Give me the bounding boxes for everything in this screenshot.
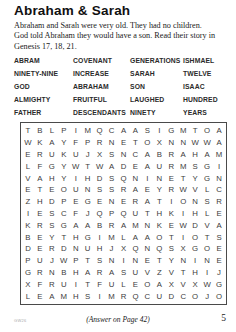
answer-note: (Answer on Page 42) [86, 315, 150, 324]
grid-cell[interactable]: R [129, 196, 141, 208]
grid-cell[interactable]: I [165, 196, 177, 208]
grid-cell[interactable]: N [165, 137, 177, 149]
grid-cell[interactable]: O [189, 231, 201, 243]
grid-cell[interactable]: R [34, 219, 46, 231]
grid-cell[interactable]: Y [58, 137, 70, 149]
page-number: 5 [221, 313, 226, 323]
grid-cell[interactable]: R [118, 290, 130, 302]
word-list-item: INCREASE [73, 67, 130, 80]
grid-cell[interactable]: P [106, 208, 118, 220]
grid-cell[interactable]: D [189, 219, 201, 231]
grid-cell[interactable]: E [22, 184, 34, 196]
grid-cell[interactable]: D [22, 243, 34, 255]
grid-cell[interactable]: E [34, 208, 46, 220]
grid-cell[interactable]: I [141, 172, 153, 184]
grid-cell[interactable]: C [213, 184, 225, 196]
grid-cell[interactable]: W [177, 184, 189, 196]
grid-cell[interactable]: A [201, 149, 213, 161]
grid-cell[interactable]: A [106, 267, 118, 279]
grid-cell[interactable]: P [58, 125, 70, 137]
grid-cell[interactable]: A [118, 219, 130, 231]
grid-cell[interactable]: L [22, 290, 34, 302]
grid-cell[interactable]: U [153, 290, 165, 302]
grid-cell[interactable]: T [34, 184, 46, 196]
grid-cell[interactable]: E [141, 184, 153, 196]
grid-cell[interactable]: R [213, 196, 225, 208]
grid-cell[interactable]: F [34, 278, 46, 290]
grid-cell[interactable]: A [106, 160, 118, 172]
word-list: ABRAMNINETY-NINEGODALMIGHTYFATHERCOVENAN… [14, 54, 228, 119]
grid-cell[interactable]: A [141, 149, 153, 161]
grid-cell[interactable]: A [141, 196, 153, 208]
grid-cell[interactable]: E [165, 219, 177, 231]
grid-cell[interactable]: R [94, 137, 106, 149]
grid-cell[interactable]: K [153, 219, 165, 231]
word-list-item: ISAAC [183, 80, 228, 93]
grid-cell[interactable]: T [177, 267, 189, 279]
grid-cell[interactable]: A [34, 172, 46, 184]
grid-cell[interactable]: A [70, 219, 82, 231]
grid-cell[interactable]: W [70, 160, 82, 172]
grid-cell[interactable]: Z [153, 267, 165, 279]
grid-cell[interactable]: E [34, 290, 46, 302]
grid-cell[interactable]: E [129, 278, 141, 290]
word-list-item: FRUITFUL [73, 93, 130, 106]
grid-cell[interactable]: N [106, 255, 118, 267]
grid-cell[interactable]: J [213, 267, 225, 279]
grid-cell[interactable]: A [213, 137, 225, 149]
grid-cell[interactable]: E [94, 196, 106, 208]
grid-cell[interactable]: L [118, 278, 130, 290]
word-list-column: ABRAMNINETY-NINEGODALMIGHTYFATHER [14, 54, 73, 119]
word-list-item: GOD [14, 80, 73, 93]
grid-cell[interactable]: E [46, 184, 58, 196]
grid-cell[interactable]: P [82, 137, 94, 149]
grid-cell[interactable]: T [177, 172, 189, 184]
grid-cell[interactable]: I [70, 125, 82, 137]
grid-cell[interactable]: S [201, 196, 213, 208]
grid-cell[interactable]: O [58, 184, 70, 196]
grid-cell[interactable]: I [177, 231, 189, 243]
grid-cell[interactable]: K [22, 219, 34, 231]
grid-cell[interactable]: W [94, 160, 106, 172]
grid-cell[interactable]: S [165, 243, 177, 255]
grid-cell[interactable]: Y [189, 172, 201, 184]
grid-cell[interactable]: J [201, 290, 213, 302]
grid-cell[interactable]: U [70, 149, 82, 161]
grid-cell[interactable]: O [213, 290, 225, 302]
intro-text: Abraham and Sarah were very old. They ha… [14, 21, 226, 52]
grid-cell[interactable]: E [118, 196, 130, 208]
grid-cell[interactable]: T [22, 125, 34, 137]
grid-cell[interactable]: Y [46, 231, 58, 243]
grid-cell[interactable]: Y [58, 172, 70, 184]
grid-cell[interactable]: R [34, 149, 46, 161]
page-title: Abraham & Sarah [14, 3, 130, 18]
grid-cell[interactable]: X [165, 278, 177, 290]
grid-cell[interactable]: P [22, 255, 34, 267]
grid-cell[interactable]: F [94, 278, 106, 290]
grid-cell[interactable]: B [58, 267, 70, 279]
grid-cell[interactable]: B [94, 219, 106, 231]
word-list-item: ABRAHAM [73, 80, 130, 93]
grid-cell[interactable]: E [141, 255, 153, 267]
grid-cell[interactable]: H [94, 243, 106, 255]
word-list-item: FATHER [14, 106, 73, 119]
grid-cell[interactable]: T [82, 160, 94, 172]
grid-cell[interactable]: H [70, 267, 82, 279]
grid-cell[interactable]: U [70, 184, 82, 196]
grid-cell[interactable]: H [70, 290, 82, 302]
grid-cell[interactable]: V [165, 267, 177, 279]
grid-cell[interactable]: L [46, 125, 58, 137]
grid-cell[interactable]: N [106, 137, 118, 149]
grid-cell[interactable]: G [213, 278, 225, 290]
word-list-column: COVENANTINCREASEABRAHAMFRUITFULDESCENDAN… [73, 54, 130, 119]
grid-cell[interactable]: A [213, 125, 225, 137]
grid-cell[interactable]: R [165, 184, 177, 196]
word-list-item: ISHMAEL [183, 54, 228, 67]
grid-cell[interactable]: I [22, 208, 34, 220]
grid-cell[interactable]: V [189, 184, 201, 196]
intro-line: Genesis 17, 18, 21. [14, 42, 226, 52]
word-list-item: SON [130, 80, 183, 93]
grid-cell[interactable]: S [94, 184, 106, 196]
grid-cell[interactable]: I [213, 160, 225, 172]
grid-cell[interactable]: G [201, 172, 213, 184]
grid-cell[interactable]: G [58, 219, 70, 231]
grid-cell[interactable]: E [129, 160, 141, 172]
grid-cell[interactable]: E [34, 243, 46, 255]
grid-cell[interactable]: A [141, 231, 153, 243]
grid-cell[interactable]: I [189, 255, 201, 267]
grid-cell[interactable]: R [46, 243, 58, 255]
grid-cell[interactable]: S [94, 255, 106, 267]
grid-cell[interactable]: E [213, 243, 225, 255]
grid-cell[interactable]: H [189, 149, 201, 161]
grid-cell[interactable]: D [165, 290, 177, 302]
grid-cell[interactable]: B [22, 231, 34, 243]
grid-cell[interactable]: G [165, 125, 177, 137]
grid-cell[interactable]: E [213, 208, 225, 220]
grid-cell[interactable]: E [22, 149, 34, 161]
grid-cell[interactable]: A [177, 149, 189, 161]
grid-cell[interactable]: B [153, 149, 165, 161]
grid-cell[interactable]: S [106, 184, 118, 196]
grid-cell[interactable]: J [46, 255, 58, 267]
grid-cell[interactable]: C [129, 149, 141, 161]
grid-cell[interactable]: R [94, 267, 106, 279]
word-list-item: COVENANT [73, 54, 130, 67]
grid-cell[interactable]: K [58, 149, 70, 161]
grid-cell[interactable]: U [106, 278, 118, 290]
grid-cell[interactable]: H [189, 267, 201, 279]
grid-cell[interactable]: N [70, 243, 82, 255]
grid-cell[interactable]: G [189, 243, 201, 255]
grid-cell[interactable]: J [106, 243, 118, 255]
grid-cell[interactable]: O [177, 196, 189, 208]
grid-cell[interactable]: N [106, 196, 118, 208]
grid-cell[interactable]: J [82, 149, 94, 161]
grid-cell[interactable]: Q [118, 172, 130, 184]
grid-cell[interactable]: A [82, 219, 94, 231]
grid-cell[interactable]: N [129, 255, 141, 267]
grid-cell[interactable]: C [177, 290, 189, 302]
grid-cell[interactable]: A [118, 125, 130, 137]
grid-cell[interactable]: T [153, 255, 165, 267]
intro-line: God told Abraham they would have a son. … [14, 31, 226, 41]
grid-cell[interactable]: G [46, 160, 58, 172]
word-list-item: YEARS [183, 106, 228, 119]
grid-cell[interactable]: N [177, 137, 189, 149]
grid-cell[interactable]: H [189, 208, 201, 220]
grid-cell[interactable]: I [153, 125, 165, 137]
grid-cell[interactable]: R [165, 149, 177, 161]
grid-cell[interactable]: T [141, 208, 153, 220]
grid-cell[interactable]: C [58, 208, 70, 220]
grid-cell[interactable]: B [34, 125, 46, 137]
grid-cell[interactable]: T [129, 137, 141, 149]
grid-cell[interactable]: N [177, 255, 189, 267]
grid-cell[interactable]: D [94, 172, 106, 184]
grid-cell[interactable]: F [34, 160, 46, 172]
grid-cell[interactable]: O [201, 125, 213, 137]
grid-cell[interactable]: U [58, 278, 70, 290]
grid-cell[interactable]: I [94, 290, 106, 302]
grid-cell[interactable]: S [82, 290, 94, 302]
grid-cell[interactable]: T [82, 278, 94, 290]
grid-cell[interactable]: M [106, 231, 118, 243]
grid-cell[interactable]: E [213, 255, 225, 267]
grid-cell[interactable]: A [46, 290, 58, 302]
grid-cell[interactable]: Y [58, 160, 70, 172]
grid-cell[interactable]: O [189, 290, 201, 302]
grid-cell[interactable]: X [118, 243, 130, 255]
grid-cell[interactable]: X [94, 149, 106, 161]
grid-cell[interactable]: H [82, 172, 94, 184]
grid-cell[interactable]: H [46, 172, 58, 184]
grid-cell[interactable]: S [46, 208, 58, 220]
grid-cell[interactable]: Y [165, 255, 177, 267]
grid-cell[interactable]: T [82, 255, 94, 267]
grid-cell[interactable]: E [165, 172, 177, 184]
grid-cell[interactable]: X [153, 137, 165, 149]
grid-cell[interactable]: U [129, 208, 141, 220]
grid-cell[interactable]: M [213, 149, 225, 161]
grid-cell[interactable]: S [189, 160, 201, 172]
grid-cell[interactable]: O [201, 243, 213, 255]
grid-cell[interactable]: W [201, 137, 213, 149]
grid-cell[interactable]: T [58, 231, 70, 243]
grid-cell[interactable]: M [177, 160, 189, 172]
grid-cell[interactable]: V [177, 278, 189, 290]
grid-cell[interactable]: V [22, 172, 34, 184]
grid-cell[interactable]: N [82, 184, 94, 196]
grid-cell[interactable]: D [46, 196, 58, 208]
grid-cell[interactable]: F [70, 208, 82, 220]
grid-cell[interactable]: G [201, 160, 213, 172]
grid-cell[interactable]: I [118, 255, 130, 267]
footer: GW26 (Answer on Page 42) 5 [0, 313, 236, 327]
grid-cell[interactable]: N [213, 172, 225, 184]
grid-cell[interactable]: E [70, 196, 82, 208]
word-search-grid: TBLPIMQCAASIGMTOAWKAYFPRNETOXNNWWAERUKUJ… [20, 122, 227, 305]
grid-cell[interactable]: D [58, 243, 70, 255]
word-list-column: GENERATIONSSARAHSONLAUGHEDNINETY [130, 54, 183, 119]
grid-cell[interactable]: X [22, 278, 34, 290]
word-list-item: ALMIGHTY [14, 93, 73, 106]
puzzle-page: Abraham & Sarah Abraham and Sarah were v… [0, 0, 236, 332]
grid-cell[interactable]: A [129, 125, 141, 137]
grid-cell[interactable]: S [213, 231, 225, 243]
grid-cell[interactable]: I [70, 278, 82, 290]
grid-cell[interactable]: K [165, 208, 177, 220]
grid-cell[interactable]: R [165, 160, 177, 172]
grid-cell[interactable]: I [177, 208, 189, 220]
grid-cell[interactable]: W [22, 137, 34, 149]
grid-cell[interactable]: G [82, 231, 94, 243]
grid-cell[interactable]: V [201, 219, 213, 231]
grid-cell[interactable]: P [58, 196, 70, 208]
grid-cell[interactable]: F [70, 137, 82, 149]
grid-cell[interactable]: C [141, 290, 153, 302]
grid-cell[interactable]: A [82, 267, 94, 279]
grid-cell[interactable]: M [129, 219, 141, 231]
grid-cell[interactable]: T [153, 196, 165, 208]
grid-cell[interactable]: W [58, 255, 70, 267]
grid-cell[interactable]: W [189, 137, 201, 149]
grid-cell[interactable]: Q [129, 290, 141, 302]
grid-cell[interactable]: T [201, 231, 213, 243]
word-list-item: NINETY [130, 106, 183, 119]
grid-cell[interactable]: K [34, 137, 46, 149]
word-list-item: HUNDRED [183, 93, 228, 106]
grid-cell[interactable]: O [153, 231, 165, 243]
grid-cell[interactable]: S [106, 149, 118, 161]
grid-cell[interactable]: N [153, 172, 165, 184]
grid-cell[interactable]: U [153, 160, 165, 172]
grid-cell[interactable]: W [201, 278, 213, 290]
grid-cell[interactable]: W [177, 219, 189, 231]
grid-cell[interactable]: L [201, 184, 213, 196]
grid-cell[interactable]: J [82, 208, 94, 220]
grid-cell[interactable]: X [189, 278, 201, 290]
word-list-item: NINETY-NINE [14, 67, 73, 80]
grid-cell[interactable]: I [70, 172, 82, 184]
grid-cell[interactable]: M [177, 125, 189, 137]
grid-cell[interactable]: I [201, 267, 213, 279]
word-list-item: LAUGHED [130, 93, 183, 106]
grid-cell[interactable]: A [129, 231, 141, 243]
grid-cell[interactable]: U [46, 149, 58, 161]
grid-cell[interactable]: D [118, 160, 130, 172]
grid-cell[interactable]: S [106, 172, 118, 184]
grid-cell[interactable]: A [213, 219, 225, 231]
grid-cell[interactable]: N [118, 149, 130, 161]
footer-code: GW26 [14, 318, 27, 323]
grid-cell[interactable]: O [141, 137, 153, 149]
grid-cell[interactable]: A [46, 137, 58, 149]
grid-cell[interactable]: U [129, 267, 141, 279]
grid-cell[interactable]: H [34, 196, 46, 208]
grid-cell[interactable]: S [46, 219, 58, 231]
word-list-item: SARAH [130, 67, 183, 80]
word-list-item: GENERATIONS [130, 54, 183, 67]
grid-cell[interactable]: Z [22, 196, 34, 208]
grid-cell[interactable]: T [189, 125, 201, 137]
grid-cell[interactable]: A [153, 278, 165, 290]
grid-cell[interactable]: I [94, 231, 106, 243]
grid-cell[interactable]: E [34, 231, 46, 243]
grid-cell[interactable]: G [22, 267, 34, 279]
grid-cell[interactable]: Q [94, 208, 106, 220]
grid-cell[interactable]: Q [118, 208, 130, 220]
grid-cell[interactable]: R [34, 267, 46, 279]
intro-line: Abraham and Sarah were very old. They ha… [14, 21, 226, 31]
word-list-item: ABRAM [14, 54, 73, 67]
grid-cell[interactable]: H [153, 208, 165, 220]
grid-cell[interactable]: L [201, 208, 213, 220]
grid-cell[interactable]: N [189, 196, 201, 208]
word-list-item: DESCENDANTS [73, 106, 130, 119]
grid-cell[interactable]: N [201, 255, 213, 267]
grid-cell[interactable]: R [106, 219, 118, 231]
grid-cell[interactable]: U [82, 243, 94, 255]
grid-cell[interactable]: N [46, 267, 58, 279]
grid-cell[interactable]: O [141, 278, 153, 290]
grid-cell[interactable]: C [106, 125, 118, 137]
grid-cell[interactable]: T [165, 231, 177, 243]
grid-cell[interactable]: V [141, 267, 153, 279]
grid-cell[interactable]: N [141, 243, 153, 255]
grid-cell[interactable]: Q [153, 243, 165, 255]
word-list-item: TWELVE [183, 67, 228, 80]
grid-cell[interactable]: M [82, 125, 94, 137]
grid-cell[interactable]: U [34, 255, 46, 267]
grid-cell[interactable]: G [82, 196, 94, 208]
grid-cell[interactable]: P [70, 255, 82, 267]
grid-cell[interactable]: A [141, 160, 153, 172]
grid-cell[interactable]: Q [94, 125, 106, 137]
grid-cell[interactable]: N [141, 219, 153, 231]
word-list-column: ISHMAELTWELVEISAACHUNDREDYEARS [183, 54, 228, 119]
grid-cell[interactable]: X [177, 243, 189, 255]
grid-cell[interactable]: E [118, 137, 130, 149]
grid-cell[interactable]: L [118, 231, 130, 243]
grid-cell[interactable]: R [118, 184, 130, 196]
grid-cell[interactable]: M [106, 290, 118, 302]
grid-cell[interactable]: H [70, 231, 82, 243]
grid-cell[interactable]: S [118, 267, 130, 279]
grid-cell[interactable]: S [141, 125, 153, 137]
grid-cell[interactable]: N [129, 172, 141, 184]
grid-cell[interactable]: R [46, 278, 58, 290]
grid-cell[interactable]: M [58, 290, 70, 302]
grid-cell[interactable]: Q [129, 243, 141, 255]
grid-cell[interactable]: L [22, 160, 34, 172]
grid-cell[interactable]: Y [153, 184, 165, 196]
grid-cell[interactable]: A [129, 184, 141, 196]
